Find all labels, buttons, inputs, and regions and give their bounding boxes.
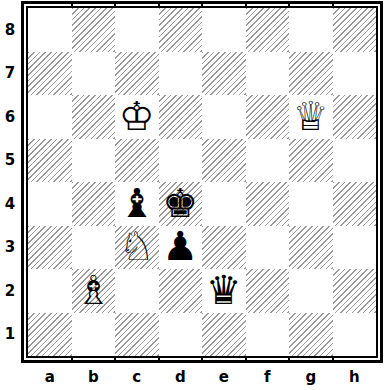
square-e5[interactable] bbox=[202, 139, 246, 183]
square-h4[interactable] bbox=[333, 182, 377, 226]
rank-label-6: 6 bbox=[0, 95, 20, 139]
piece-black-king: ♚ bbox=[162, 183, 198, 223]
frame-tick bbox=[201, 358, 203, 360]
frame-tick bbox=[158, 358, 160, 360]
square-g6[interactable]: ♕ bbox=[289, 95, 333, 139]
piece-white-knight: ♘ bbox=[119, 226, 155, 266]
file-label-g: g bbox=[289, 366, 333, 388]
square-c3[interactable]: ♘ bbox=[115, 226, 159, 270]
square-d3[interactable]: ♟ bbox=[159, 226, 203, 270]
square-a2[interactable] bbox=[28, 269, 72, 313]
square-b6[interactable] bbox=[72, 95, 116, 139]
square-a6[interactable] bbox=[28, 95, 72, 139]
square-d8[interactable] bbox=[159, 8, 203, 52]
square-f6[interactable] bbox=[246, 95, 290, 139]
square-c7[interactable] bbox=[115, 52, 159, 96]
square-h5[interactable] bbox=[333, 139, 377, 183]
square-e7[interactable] bbox=[202, 52, 246, 96]
frame-tick bbox=[288, 4, 290, 6]
square-g4[interactable] bbox=[289, 182, 333, 226]
square-d6[interactable] bbox=[159, 95, 203, 139]
square-h2[interactable] bbox=[333, 269, 377, 313]
square-d2[interactable] bbox=[159, 269, 203, 313]
square-a4[interactable] bbox=[28, 182, 72, 226]
square-b4[interactable] bbox=[72, 182, 116, 226]
file-label-h: h bbox=[333, 366, 377, 388]
square-g5[interactable] bbox=[289, 139, 333, 183]
rank-label-1: 1 bbox=[0, 313, 20, 357]
frame-tick bbox=[158, 4, 160, 6]
square-e1[interactable] bbox=[202, 313, 246, 357]
frame-tick bbox=[288, 358, 290, 360]
square-a8[interactable] bbox=[28, 8, 72, 52]
piece-white-king: ♔ bbox=[119, 96, 155, 136]
file-label-a: a bbox=[28, 366, 72, 388]
file-label-d: d bbox=[159, 366, 203, 388]
frame-tick bbox=[332, 358, 334, 360]
square-h6[interactable] bbox=[333, 95, 377, 139]
square-g8[interactable] bbox=[289, 8, 333, 52]
square-g7[interactable] bbox=[289, 52, 333, 96]
square-e2[interactable]: ♛ bbox=[202, 269, 246, 313]
square-c5[interactable] bbox=[115, 139, 159, 183]
piece-white-bishop: ♗ bbox=[75, 270, 111, 310]
piece-black-bishop: ♝ bbox=[119, 183, 155, 223]
chess-diagram: 87654321 abcdefgh ♔♕♝♚♘♟♗♛ bbox=[0, 0, 385, 390]
frame-tick bbox=[332, 4, 334, 6]
square-b2[interactable]: ♗ bbox=[72, 269, 116, 313]
file-label-b: b bbox=[72, 366, 116, 388]
square-b5[interactable] bbox=[72, 139, 116, 183]
square-c2[interactable] bbox=[115, 269, 159, 313]
frame-tick bbox=[71, 4, 73, 6]
square-f7[interactable] bbox=[246, 52, 290, 96]
square-e6[interactable] bbox=[202, 95, 246, 139]
frame-tick bbox=[201, 4, 203, 6]
board-frame: ♔♕♝♚♘♟♗♛ bbox=[21, 1, 383, 363]
square-c6[interactable]: ♔ bbox=[115, 95, 159, 139]
board-grid: ♔♕♝♚♘♟♗♛ bbox=[28, 8, 376, 356]
square-e4[interactable] bbox=[202, 182, 246, 226]
square-b8[interactable] bbox=[72, 8, 116, 52]
rank-label-3: 3 bbox=[0, 226, 20, 270]
rank-label-5: 5 bbox=[0, 139, 20, 183]
square-a1[interactable] bbox=[28, 313, 72, 357]
piece-black-pawn: ♟ bbox=[162, 226, 198, 266]
square-a3[interactable] bbox=[28, 226, 72, 270]
rank-label-4: 4 bbox=[0, 182, 20, 226]
frame-tick bbox=[245, 4, 247, 6]
square-d5[interactable] bbox=[159, 139, 203, 183]
square-f1[interactable] bbox=[246, 313, 290, 357]
square-h3[interactable] bbox=[333, 226, 377, 270]
file-label-c: c bbox=[115, 366, 159, 388]
square-b3[interactable] bbox=[72, 226, 116, 270]
frame-tick bbox=[71, 358, 73, 360]
square-b7[interactable] bbox=[72, 52, 116, 96]
square-c8[interactable] bbox=[115, 8, 159, 52]
square-d1[interactable] bbox=[159, 313, 203, 357]
square-g1[interactable] bbox=[289, 313, 333, 357]
square-e8[interactable] bbox=[202, 8, 246, 52]
rank-label-7: 7 bbox=[0, 52, 20, 96]
piece-white-queen: ♕ bbox=[293, 96, 329, 136]
square-f2[interactable] bbox=[246, 269, 290, 313]
square-e3[interactable] bbox=[202, 226, 246, 270]
frame-tick bbox=[114, 4, 116, 6]
square-f5[interactable] bbox=[246, 139, 290, 183]
file-label-f: f bbox=[246, 366, 290, 388]
square-d7[interactable] bbox=[159, 52, 203, 96]
rank-label-2: 2 bbox=[0, 269, 20, 313]
chess-board: ♔♕♝♚♘♟♗♛ bbox=[26, 6, 378, 358]
square-a7[interactable] bbox=[28, 52, 72, 96]
square-h1[interactable] bbox=[333, 313, 377, 357]
frame-tick bbox=[245, 358, 247, 360]
square-c1[interactable] bbox=[115, 313, 159, 357]
square-f4[interactable] bbox=[246, 182, 290, 226]
square-c4[interactable]: ♝ bbox=[115, 182, 159, 226]
file-label-e: e bbox=[202, 366, 246, 388]
square-h7[interactable] bbox=[333, 52, 377, 96]
square-b1[interactable] bbox=[72, 313, 116, 357]
piece-black-queen: ♛ bbox=[206, 270, 242, 310]
square-g2[interactable] bbox=[289, 269, 333, 313]
rank-label-8: 8 bbox=[0, 8, 20, 52]
square-f3[interactable] bbox=[246, 226, 290, 270]
square-h8[interactable] bbox=[333, 8, 377, 52]
frame-tick bbox=[114, 358, 116, 360]
square-d4[interactable]: ♚ bbox=[159, 182, 203, 226]
square-a5[interactable] bbox=[28, 139, 72, 183]
square-g3[interactable] bbox=[289, 226, 333, 270]
square-f8[interactable] bbox=[246, 8, 290, 52]
